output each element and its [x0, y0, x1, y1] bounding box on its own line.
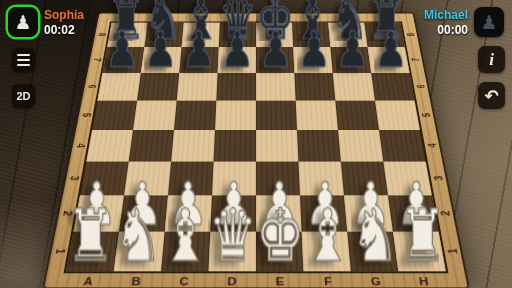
file-label-b: B [148, 14, 185, 21]
square-e6[interactable] [256, 73, 296, 101]
black-bishop[interactable]: ♝ [293, 0, 331, 47]
file-label-d: D [220, 14, 256, 21]
white-player-name: Sophia [44, 8, 84, 22]
square-f8[interactable]: ♝ [292, 23, 330, 47]
file-labels-top: ABCDEFGH [112, 14, 400, 21]
square-h1[interactable]: ♜ [393, 232, 446, 271]
square-a4[interactable] [86, 130, 133, 162]
square-c6[interactable] [177, 73, 218, 101]
black-pawn[interactable]: ♟ [297, 26, 331, 73]
white-player-avatar[interactable]: ♟ [8, 7, 38, 37]
square-d6[interactable] [216, 73, 256, 101]
white-bishop[interactable]: ♝ [160, 202, 209, 271]
white-rook[interactable]: ♜ [66, 202, 115, 271]
hamburger-icon [17, 54, 30, 56]
rank-label-8: 8 [82, 30, 120, 38]
square-d7[interactable]: ♟ [218, 47, 256, 73]
menu-button[interactable] [12, 48, 35, 72]
black-king[interactable]: ♚ [255, 0, 293, 47]
white-knight[interactable]: ♞ [113, 202, 162, 271]
square-g6[interactable] [333, 73, 375, 101]
view-2d-button[interactable]: 2D [12, 84, 35, 108]
square-e5[interactable] [256, 101, 297, 130]
black-knight[interactable]: ♞ [144, 0, 182, 47]
black-pawn[interactable]: ♟ [220, 26, 254, 73]
file-label-g: G [327, 14, 364, 21]
square-e7[interactable]: ♟ [256, 47, 294, 73]
square-d5[interactable] [215, 101, 256, 130]
square-b8[interactable]: ♞ [144, 23, 183, 47]
square-e1[interactable]: ♚ [256, 232, 303, 271]
board-scene: ABCDEFGH ABCDEFGH 87654321 87654321 ♜♞♝♛… [0, 0, 512, 288]
square-f5[interactable] [296, 101, 338, 130]
black-rook[interactable]: ♜ [367, 0, 405, 47]
rank-label-7: 7 [396, 55, 435, 64]
square-g4[interactable] [338, 130, 383, 162]
info-button[interactable]: i [478, 46, 505, 73]
square-d1[interactable]: ♛ [209, 232, 256, 271]
board-grid: ♜♞♝♛♚♝♞♜♟♟♟♟♟♟♟♟♟♟♟♟♟♟♟♟♜♞♝♛♚♝♞♜ [64, 21, 449, 273]
square-b4[interactable] [129, 130, 174, 162]
black-player-clock: 00:00 [437, 23, 468, 37]
black-bishop[interactable]: ♝ [181, 0, 219, 47]
square-c8[interactable]: ♝ [182, 23, 220, 47]
square-b5[interactable] [133, 101, 177, 130]
square-d4[interactable] [214, 130, 256, 162]
square-a1[interactable]: ♜ [66, 232, 119, 271]
file-label-c: C [184, 14, 220, 21]
file-label-h: H [363, 14, 400, 21]
square-b7[interactable]: ♟ [141, 47, 182, 73]
undo-button[interactable]: ↶ [478, 82, 505, 109]
square-c1[interactable]: ♝ [161, 232, 210, 271]
chess-board[interactable]: ABCDEFGH ABCDEFGH 87654321 87654321 ♜♞♝♛… [44, 14, 467, 288]
square-c7[interactable]: ♟ [179, 47, 219, 73]
file-label-a: A [112, 14, 149, 21]
board-perspective-wrapper: ABCDEFGH ABCDEFGH 87654321 87654321 ♜♞♝♛… [0, 0, 512, 288]
square-h4[interactable] [379, 130, 426, 162]
file-label-e: E [256, 14, 292, 21]
black-pawn[interactable]: ♟ [258, 26, 292, 73]
black-knight[interactable]: ♞ [330, 0, 368, 47]
white-rook[interactable]: ♜ [398, 202, 447, 271]
square-f6[interactable] [294, 73, 335, 101]
chess-app-screen: ABCDEFGH ABCDEFGH 87654321 87654321 ♜♞♝♛… [0, 0, 512, 288]
white-knight[interactable]: ♞ [350, 202, 399, 271]
white-pawn-icon: ♟ [14, 13, 31, 32]
square-b6[interactable] [137, 73, 179, 101]
square-e4[interactable] [256, 130, 298, 162]
square-b1[interactable]: ♞ [114, 232, 165, 271]
black-player-avatar[interactable]: ♟ [474, 7, 504, 37]
square-f1[interactable]: ♝ [302, 232, 351, 271]
black-queen[interactable]: ♛ [218, 0, 256, 47]
square-e8[interactable]: ♚ [256, 23, 293, 47]
square-f4[interactable] [297, 130, 341, 162]
white-king[interactable]: ♚ [255, 202, 304, 271]
rank-label-6: 6 [400, 82, 441, 91]
black-pawn[interactable]: ♟ [182, 26, 216, 73]
white-player-clock: 00:02 [44, 23, 84, 37]
player-panel-white: ♟ Sophia 00:02 [8, 7, 84, 37]
player-panel-black: Michael 00:00 ♟ [424, 7, 504, 37]
square-d8[interactable]: ♛ [219, 23, 256, 47]
black-rook[interactable]: ♜ [107, 0, 145, 47]
white-player-meta: Sophia 00:02 [44, 7, 84, 37]
white-bishop[interactable]: ♝ [303, 202, 352, 271]
square-c5[interactable] [174, 101, 216, 130]
black-pawn[interactable]: ♟ [335, 26, 369, 73]
undo-arrow-icon: ↶ [484, 86, 498, 106]
black-pawn-icon: ♟ [480, 13, 497, 32]
square-f7[interactable]: ♟ [293, 47, 333, 73]
black-pawn[interactable]: ♟ [143, 26, 177, 73]
info-icon: i [489, 50, 494, 70]
rank-label-6: 6 [71, 82, 112, 91]
white-queen[interactable]: ♛ [208, 202, 257, 271]
rank-label-5: 5 [405, 110, 447, 120]
rank-label-7: 7 [77, 55, 116, 64]
file-label-f: F [292, 14, 328, 21]
square-g7[interactable]: ♟ [330, 47, 371, 73]
black-player-name: Michael [424, 8, 468, 22]
square-g5[interactable] [335, 101, 379, 130]
black-player-meta: Michael 00:00 [424, 7, 468, 37]
rank-label-5: 5 [65, 110, 107, 120]
square-g8[interactable]: ♞ [328, 23, 367, 47]
square-c4[interactable] [171, 130, 215, 162]
square-g1[interactable]: ♞ [347, 232, 398, 271]
